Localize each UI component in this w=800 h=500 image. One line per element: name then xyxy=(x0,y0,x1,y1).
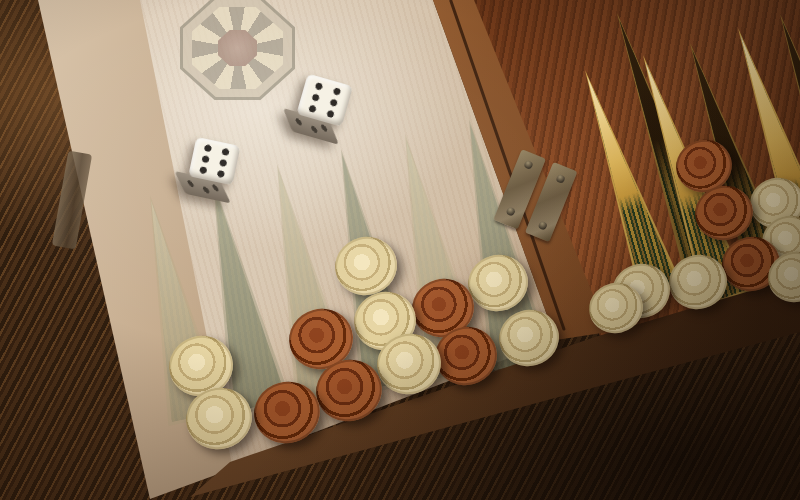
hinge-screw xyxy=(538,220,548,230)
rosette-core xyxy=(218,30,257,66)
hinge-screw xyxy=(555,174,565,184)
backgammon-photo-scene xyxy=(0,0,800,500)
hinge-screw xyxy=(505,206,515,216)
hinge-screw xyxy=(523,160,533,170)
